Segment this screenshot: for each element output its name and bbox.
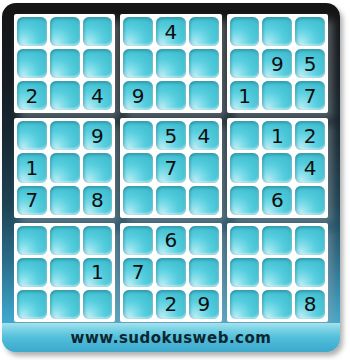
cell-r5c4[interactable] xyxy=(123,153,153,182)
block-r2c2: 547 xyxy=(120,118,221,217)
block-r3c3: 8 xyxy=(227,223,328,322)
cell-r1c9[interactable] xyxy=(295,17,325,46)
sudoku-board: 2449951791785471246167298 www.sudokusweb… xyxy=(2,3,340,352)
cell-r4c3[interactable]: 9 xyxy=(83,121,113,150)
sudoku-grid: 2449951791785471246167298 xyxy=(14,14,328,322)
cell-r5c5[interactable]: 7 xyxy=(156,153,186,182)
cell-r1c1[interactable] xyxy=(17,17,47,46)
cell-r2c7[interactable] xyxy=(230,49,260,78)
cell-r8c1[interactable] xyxy=(17,258,47,287)
cell-r5c7[interactable] xyxy=(230,153,260,182)
cell-r9c7[interactable] xyxy=(230,290,260,319)
cell-r6c1[interactable]: 7 xyxy=(17,186,47,215)
cell-r9c2[interactable] xyxy=(50,290,80,319)
cell-r7c1[interactable] xyxy=(17,226,47,255)
cell-r9c4[interactable] xyxy=(123,290,153,319)
cell-r1c2[interactable] xyxy=(50,17,80,46)
cell-r2c3[interactable] xyxy=(83,49,113,78)
cell-r1c7[interactable] xyxy=(230,17,260,46)
cell-r3c3[interactable]: 4 xyxy=(83,81,113,110)
cell-r5c2[interactable] xyxy=(50,153,80,182)
cell-r2c2[interactable] xyxy=(50,49,80,78)
cell-r3c4[interactable]: 9 xyxy=(123,81,153,110)
footer-bar: www.sudokusweb.com xyxy=(2,323,340,352)
cell-r8c3[interactable]: 1 xyxy=(83,258,113,287)
cell-r5c8[interactable] xyxy=(262,153,292,182)
cell-r2c4[interactable] xyxy=(123,49,153,78)
cell-r5c9[interactable]: 4 xyxy=(295,153,325,182)
block-r1c2: 49 xyxy=(120,14,221,113)
block-r2c1: 9178 xyxy=(14,118,115,217)
cell-r5c1[interactable]: 1 xyxy=(17,153,47,182)
cell-r6c5[interactable] xyxy=(156,186,186,215)
cell-r4c1[interactable] xyxy=(17,121,47,150)
cell-r2c6[interactable] xyxy=(189,49,219,78)
cell-r7c8[interactable] xyxy=(262,226,292,255)
cell-r3c2[interactable] xyxy=(50,81,80,110)
cell-r2c9[interactable]: 5 xyxy=(295,49,325,78)
cell-r5c6[interactable] xyxy=(189,153,219,182)
cell-r6c6[interactable] xyxy=(189,186,219,215)
cell-r1c3[interactable] xyxy=(83,17,113,46)
cell-r8c4[interactable]: 7 xyxy=(123,258,153,287)
block-r2c3: 1246 xyxy=(227,118,328,217)
cell-r3c9[interactable]: 7 xyxy=(295,81,325,110)
cell-r7c9[interactable] xyxy=(295,226,325,255)
cell-r6c9[interactable] xyxy=(295,186,325,215)
block-r1c3: 9517 xyxy=(227,14,328,113)
cell-r8c7[interactable] xyxy=(230,258,260,287)
cell-r5c3[interactable] xyxy=(83,153,113,182)
cell-r6c7[interactable] xyxy=(230,186,260,215)
block-r1c1: 24 xyxy=(14,14,115,113)
cell-r1c6[interactable] xyxy=(189,17,219,46)
cell-r4c9[interactable]: 2 xyxy=(295,121,325,150)
cell-r2c1[interactable] xyxy=(17,49,47,78)
cell-r4c5[interactable]: 5 xyxy=(156,121,186,150)
block-r3c2: 6729 xyxy=(120,223,221,322)
cell-r4c2[interactable] xyxy=(50,121,80,150)
cell-r7c2[interactable] xyxy=(50,226,80,255)
cell-r6c8[interactable]: 6 xyxy=(262,186,292,215)
cell-r4c7[interactable] xyxy=(230,121,260,150)
cell-r7c6[interactable] xyxy=(189,226,219,255)
cell-r9c8[interactable] xyxy=(262,290,292,319)
cell-r7c3[interactable] xyxy=(83,226,113,255)
cell-r9c1[interactable] xyxy=(17,290,47,319)
cell-r9c9[interactable]: 8 xyxy=(295,290,325,319)
cell-r4c6[interactable]: 4 xyxy=(189,121,219,150)
cell-r7c7[interactable] xyxy=(230,226,260,255)
cell-r8c6[interactable] xyxy=(189,258,219,287)
cell-r1c4[interactable] xyxy=(123,17,153,46)
cell-r6c3[interactable]: 8 xyxy=(83,186,113,215)
cell-r9c6[interactable]: 9 xyxy=(189,290,219,319)
cell-r2c8[interactable]: 9 xyxy=(262,49,292,78)
cell-r9c3[interactable] xyxy=(83,290,113,319)
cell-r1c5[interactable]: 4 xyxy=(156,17,186,46)
cell-r4c4[interactable] xyxy=(123,121,153,150)
cell-r8c8[interactable] xyxy=(262,258,292,287)
cell-r8c2[interactable] xyxy=(50,258,80,287)
cell-r8c9[interactable] xyxy=(295,258,325,287)
cell-r7c5[interactable]: 6 xyxy=(156,226,186,255)
cell-r2c5[interactable] xyxy=(156,49,186,78)
cell-r3c7[interactable]: 1 xyxy=(230,81,260,110)
cell-r9c5[interactable]: 2 xyxy=(156,290,186,319)
block-r3c1: 1 xyxy=(14,223,115,322)
cell-r6c2[interactable] xyxy=(50,186,80,215)
website-link[interactable]: www.sudokusweb.com xyxy=(71,329,272,347)
cell-r8c5[interactable] xyxy=(156,258,186,287)
cell-r3c1[interactable]: 2 xyxy=(17,81,47,110)
cell-r6c4[interactable] xyxy=(123,186,153,215)
cell-r3c8[interactable] xyxy=(262,81,292,110)
cell-r1c8[interactable] xyxy=(262,17,292,46)
cell-r3c5[interactable] xyxy=(156,81,186,110)
cell-r4c8[interactable]: 1 xyxy=(262,121,292,150)
cell-r7c4[interactable] xyxy=(123,226,153,255)
cell-r3c6[interactable] xyxy=(189,81,219,110)
